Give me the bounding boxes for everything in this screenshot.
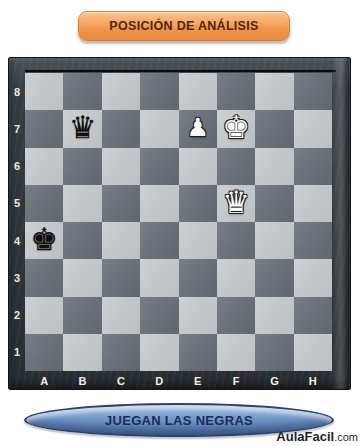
square-d4: [140, 222, 178, 259]
file-labels: ABCDEFGH: [25, 372, 332, 389]
square-h2: [294, 297, 332, 334]
file-label-c: C: [102, 372, 140, 389]
aulafacil-watermark: AulaFacil.com: [276, 427, 358, 445]
square-f6: [217, 148, 255, 185]
square-d3: [140, 259, 178, 296]
file-label-g: G: [255, 372, 293, 389]
square-h7: [294, 110, 332, 147]
square-c4: [102, 222, 140, 259]
square-a6: [25, 148, 63, 185]
square-b6: [63, 148, 101, 185]
square-f7: ♚: [217, 110, 255, 147]
square-a4: ♚: [25, 222, 63, 259]
rank-label-5: 5: [9, 185, 25, 222]
black-king-piece: ♚: [30, 224, 58, 255]
square-e3: [179, 259, 217, 296]
analysis-position-label: POSICIÓN DE ANÁLISIS: [109, 19, 258, 33]
square-g5: [255, 185, 293, 222]
square-d8: [140, 73, 178, 110]
square-g7: [255, 110, 293, 147]
square-e2: [179, 297, 217, 334]
square-f8: [217, 73, 255, 110]
square-b7: ♛: [63, 110, 101, 147]
square-g1: [255, 334, 293, 371]
chess-board: 87654321 ♛♟♚♛♚ ABCDEFGH: [8, 57, 351, 390]
square-a3: [25, 259, 63, 296]
white-king-piece: ♚: [222, 112, 250, 143]
square-h8: [294, 73, 332, 110]
square-b3: [63, 259, 101, 296]
turn-banner-label: JUEGAN LAS NEGRAS: [105, 413, 253, 428]
rank-label-7: 7: [9, 110, 25, 147]
square-h6: [294, 148, 332, 185]
square-d6: [140, 148, 178, 185]
square-a8: [25, 73, 63, 110]
square-e6: [179, 148, 217, 185]
square-c8: [102, 73, 140, 110]
rank-label-6: 6: [9, 148, 25, 185]
square-e4: [179, 222, 217, 259]
file-label-a: A: [25, 372, 63, 389]
square-e1: [179, 334, 217, 371]
square-b4: [63, 222, 101, 259]
square-g3: [255, 259, 293, 296]
square-c1: [102, 334, 140, 371]
black-queen-piece: ♛: [69, 112, 97, 143]
square-e7: ♟: [179, 110, 217, 147]
rank-label-1: 1: [9, 334, 25, 371]
watermark-suffix: .com: [334, 431, 358, 443]
file-label-f: F: [217, 372, 255, 389]
rank-label-4: 4: [9, 222, 25, 259]
square-g4: [255, 222, 293, 259]
square-d5: [140, 185, 178, 222]
square-a2: [25, 297, 63, 334]
square-f3: [217, 259, 255, 296]
square-a5: [25, 185, 63, 222]
rank-label-2: 2: [9, 297, 25, 334]
rank-label-8: 8: [9, 73, 25, 110]
rank-labels: 87654321: [9, 73, 25, 371]
square-e8: [179, 73, 217, 110]
square-d1: [140, 334, 178, 371]
square-f1: [217, 334, 255, 371]
square-h4: [294, 222, 332, 259]
square-c6: [102, 148, 140, 185]
watermark-main: AulaFacil: [276, 429, 334, 444]
square-b1: [63, 334, 101, 371]
white-pawn-piece: ♟: [186, 115, 208, 140]
rank-label-3: 3: [9, 259, 25, 296]
square-g6: [255, 148, 293, 185]
square-d7: [140, 110, 178, 147]
square-c7: [102, 110, 140, 147]
square-a7: [25, 110, 63, 147]
file-label-h: H: [294, 372, 332, 389]
square-c5: [102, 185, 140, 222]
square-g2: [255, 297, 293, 334]
file-label-e: E: [179, 372, 217, 389]
square-b5: [63, 185, 101, 222]
square-a1: [25, 334, 63, 371]
square-c3: [102, 259, 140, 296]
square-b8: [63, 73, 101, 110]
square-d2: [140, 297, 178, 334]
square-b2: [63, 297, 101, 334]
square-f2: [217, 297, 255, 334]
square-h5: [294, 185, 332, 222]
square-h1: [294, 334, 332, 371]
file-label-d: D: [140, 372, 178, 389]
white-queen-piece: ♛: [222, 187, 250, 218]
board-grid: ♛♟♚♛♚: [25, 73, 332, 371]
square-c2: [102, 297, 140, 334]
square-f4: [217, 222, 255, 259]
square-h3: [294, 259, 332, 296]
square-e5: [179, 185, 217, 222]
board-top-line: [25, 70, 336, 72]
analysis-position-banner: POSICIÓN DE ANÁLISIS: [78, 11, 290, 41]
square-g8: [255, 73, 293, 110]
file-label-b: B: [63, 372, 101, 389]
square-f5: ♛: [217, 185, 255, 222]
